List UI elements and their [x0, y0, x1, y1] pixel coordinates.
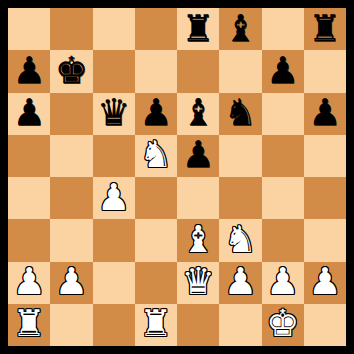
square-b4[interactable] [50, 177, 92, 219]
square-b8[interactable] [50, 8, 92, 50]
white-rook[interactable]: ♜ [139, 305, 172, 342]
square-c6[interactable]: ♛ [93, 93, 135, 135]
square-h7[interactable] [304, 50, 346, 92]
square-d2[interactable] [135, 262, 177, 304]
square-h4[interactable] [304, 177, 346, 219]
black-pawn[interactable]: ♟ [308, 94, 341, 131]
square-g3[interactable] [262, 219, 304, 261]
black-pawn[interactable]: ♟ [13, 94, 46, 131]
white-king[interactable]: ♚ [266, 305, 299, 342]
square-h3[interactable] [304, 219, 346, 261]
white-pawn[interactable]: ♟ [308, 263, 341, 300]
square-g1[interactable]: ♚ [262, 304, 304, 346]
square-g5[interactable] [262, 135, 304, 177]
white-pawn[interactable]: ♟ [55, 263, 88, 300]
square-b6[interactable] [50, 93, 92, 135]
square-e6[interactable]: ♝ [177, 93, 219, 135]
square-b2[interactable]: ♟ [50, 262, 92, 304]
black-rook[interactable]: ♜ [182, 10, 215, 47]
square-a6[interactable]: ♟ [8, 93, 50, 135]
white-pawn[interactable]: ♟ [97, 179, 130, 216]
square-b5[interactable] [50, 135, 92, 177]
square-a2[interactable]: ♟ [8, 262, 50, 304]
square-g4[interactable] [262, 177, 304, 219]
square-c5[interactable] [93, 135, 135, 177]
square-b3[interactable] [50, 219, 92, 261]
chess-board: ♜♝♜♟♚♟♟♛♟♝♞♟♞♟♟♝♞♟♟♛♟♟♟♜♜♚ [4, 4, 350, 350]
square-d3[interactable] [135, 219, 177, 261]
square-a1[interactable]: ♜ [8, 304, 50, 346]
white-queen[interactable]: ♛ [182, 263, 215, 300]
square-h5[interactable] [304, 135, 346, 177]
square-c3[interactable] [93, 219, 135, 261]
square-g2[interactable]: ♟ [262, 262, 304, 304]
square-e3[interactable]: ♝ [177, 219, 219, 261]
black-bishop[interactable]: ♝ [182, 94, 215, 131]
black-queen[interactable]: ♛ [97, 94, 130, 131]
square-f7[interactable] [219, 50, 261, 92]
square-d6[interactable]: ♟ [135, 93, 177, 135]
square-e5[interactable]: ♟ [177, 135, 219, 177]
square-e7[interactable] [177, 50, 219, 92]
square-b1[interactable] [50, 304, 92, 346]
white-pawn[interactable]: ♟ [224, 263, 257, 300]
white-bishop[interactable]: ♝ [182, 221, 215, 258]
black-pawn[interactable]: ♟ [139, 94, 172, 131]
square-f4[interactable] [219, 177, 261, 219]
square-b7[interactable]: ♚ [50, 50, 92, 92]
square-c8[interactable] [93, 8, 135, 50]
square-a8[interactable] [8, 8, 50, 50]
white-knight[interactable]: ♞ [224, 221, 257, 258]
square-d8[interactable] [135, 8, 177, 50]
square-f3[interactable]: ♞ [219, 219, 261, 261]
square-f1[interactable] [219, 304, 261, 346]
chess-diagram: ♜♝♜♟♚♟♟♛♟♝♞♟♞♟♟♝♞♟♟♛♟♟♟♜♜♚ [0, 0, 354, 354]
square-d1[interactable]: ♜ [135, 304, 177, 346]
black-knight[interactable]: ♞ [224, 94, 257, 131]
white-knight[interactable]: ♞ [139, 136, 172, 173]
square-d4[interactable] [135, 177, 177, 219]
square-f2[interactable]: ♟ [219, 262, 261, 304]
square-f8[interactable]: ♝ [219, 8, 261, 50]
square-a7[interactable]: ♟ [8, 50, 50, 92]
white-rook[interactable]: ♜ [13, 305, 46, 342]
square-h1[interactable] [304, 304, 346, 346]
black-king[interactable]: ♚ [55, 52, 88, 89]
square-c2[interactable] [93, 262, 135, 304]
black-rook[interactable]: ♜ [308, 10, 341, 47]
square-c1[interactable] [93, 304, 135, 346]
square-a4[interactable] [8, 177, 50, 219]
square-a3[interactable] [8, 219, 50, 261]
square-h6[interactable]: ♟ [304, 93, 346, 135]
square-e1[interactable] [177, 304, 219, 346]
square-e2[interactable]: ♛ [177, 262, 219, 304]
square-c4[interactable]: ♟ [93, 177, 135, 219]
square-a5[interactable] [8, 135, 50, 177]
square-c7[interactable] [93, 50, 135, 92]
square-f6[interactable]: ♞ [219, 93, 261, 135]
black-pawn[interactable]: ♟ [182, 136, 215, 173]
square-f5[interactable] [219, 135, 261, 177]
square-e4[interactable] [177, 177, 219, 219]
black-pawn[interactable]: ♟ [266, 52, 299, 89]
square-g8[interactable] [262, 8, 304, 50]
square-g6[interactable] [262, 93, 304, 135]
square-d7[interactable] [135, 50, 177, 92]
black-pawn[interactable]: ♟ [13, 52, 46, 89]
white-pawn[interactable]: ♟ [266, 263, 299, 300]
square-d5[interactable]: ♞ [135, 135, 177, 177]
square-h8[interactable]: ♜ [304, 8, 346, 50]
square-e8[interactable]: ♜ [177, 8, 219, 50]
black-bishop[interactable]: ♝ [224, 10, 257, 47]
white-pawn[interactable]: ♟ [13, 263, 46, 300]
square-h2[interactable]: ♟ [304, 262, 346, 304]
square-g7[interactable]: ♟ [262, 50, 304, 92]
